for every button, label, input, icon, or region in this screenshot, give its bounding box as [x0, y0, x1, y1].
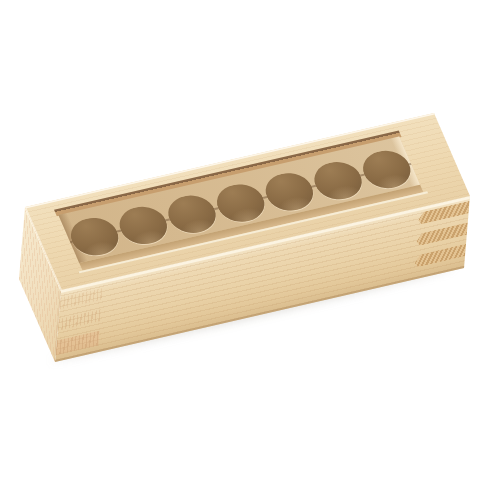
finger-joint-left-3 [56, 331, 100, 355]
board-photo [0, 0, 480, 480]
finger-joint-right-2 [416, 222, 468, 246]
finger-joint-left-1 [59, 288, 103, 310]
finger-joint-left-2 [58, 309, 102, 331]
finger-joint-right-3 [414, 244, 466, 268]
